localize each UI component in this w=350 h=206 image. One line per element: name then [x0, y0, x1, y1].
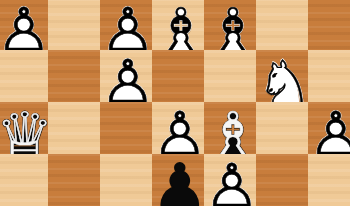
- square-r3c3[interactable]: ♟: [152, 154, 204, 206]
- white-pawn-piece[interactable]: ♟♙: [0, 0, 48, 52]
- square-r0c1[interactable]: [48, 0, 100, 50]
- white-pawn-piece[interactable]: ♟♙: [100, 0, 152, 52]
- white-pawn-piece[interactable]: ♟♙: [100, 52, 152, 104]
- square-r2c4[interactable]: ♝♗: [204, 102, 256, 154]
- square-r1c6[interactable]: [308, 50, 350, 102]
- chess-board: ♟♙♟♙♝♗♝♗♟♙♞♘♛♕♟♙♝♗♟♙♟♟♙: [0, 0, 350, 206]
- black-pawn-glyph: ♟: [152, 156, 208, 206]
- square-r1c4[interactable]: [204, 50, 256, 102]
- square-r0c5[interactable]: [256, 0, 308, 50]
- square-r1c1[interactable]: [48, 50, 100, 102]
- square-r3c0[interactable]: [0, 154, 48, 206]
- square-r3c5[interactable]: [256, 154, 308, 206]
- square-r3c6[interactable]: [308, 154, 350, 206]
- black-bishop-piece[interactable]: ♝♗: [204, 104, 256, 156]
- chess-board-frame: ♟♙♟♙♝♗♝♗♟♙♞♘♛♕♟♙♝♗♟♙♟♟♙: [0, 0, 350, 206]
- square-r0c4[interactable]: ♝♗: [204, 0, 256, 50]
- black-pawn-piece[interactable]: ♟: [152, 156, 204, 206]
- square-r0c6[interactable]: [308, 0, 350, 50]
- square-r2c2[interactable]: [100, 102, 152, 154]
- square-r3c2[interactable]: [100, 154, 152, 206]
- square-r2c5[interactable]: [256, 102, 308, 154]
- white-pawn-piece[interactable]: ♟♙: [204, 156, 256, 206]
- square-r1c5[interactable]: ♞♘: [256, 50, 308, 102]
- square-r1c2[interactable]: ♟♙: [100, 50, 152, 102]
- square-r0c0[interactable]: ♟♙: [0, 0, 48, 50]
- white-pawn-piece[interactable]: ♟♙: [152, 104, 204, 156]
- square-r2c0[interactable]: ♛♕: [0, 102, 48, 154]
- black-queen-piece[interactable]: ♛♕: [0, 104, 48, 156]
- white-bishop-piece[interactable]: ♝♗: [152, 0, 204, 52]
- square-r0c3[interactable]: ♝♗: [152, 0, 204, 50]
- square-r3c4[interactable]: ♟♙: [204, 154, 256, 206]
- square-r2c3[interactable]: ♟♙: [152, 102, 204, 154]
- square-r1c3[interactable]: [152, 50, 204, 102]
- white-pawn-outline: ♙: [204, 156, 260, 206]
- square-r1c0[interactable]: [0, 50, 48, 102]
- white-bishop-piece[interactable]: ♝♗: [204, 0, 256, 52]
- square-r2c1[interactable]: [48, 102, 100, 154]
- white-pawn-piece[interactable]: ♟♙: [308, 104, 350, 156]
- square-r3c1[interactable]: [48, 154, 100, 206]
- square-r0c2[interactable]: ♟♙: [100, 0, 152, 50]
- square-r2c6[interactable]: ♟♙: [308, 102, 350, 154]
- white-knight-piece[interactable]: ♞♘: [256, 52, 308, 104]
